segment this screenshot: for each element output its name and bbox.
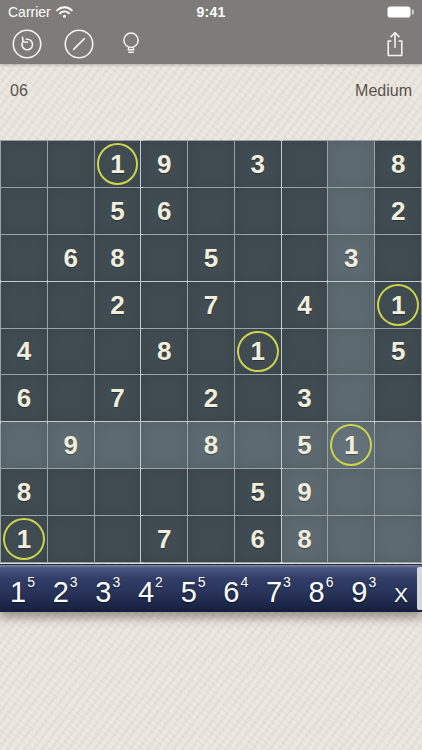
cell-r5c1[interactable]: 4 bbox=[1, 329, 47, 375]
cell-r2c4[interactable]: 6 bbox=[141, 188, 187, 234]
cell-r2c7[interactable] bbox=[282, 188, 328, 234]
cell-value: 5 bbox=[110, 198, 124, 224]
pencil-notes-button[interactable] bbox=[62, 27, 96, 61]
cell-value: 3 bbox=[251, 151, 265, 177]
cell-r8c7[interactable]: 9 bbox=[282, 469, 328, 515]
cell-r9c4[interactable]: 7 bbox=[141, 516, 187, 562]
key-7[interactable]: 73 bbox=[266, 571, 291, 607]
cell-r2c1[interactable] bbox=[1, 188, 47, 234]
cell-value: 8 bbox=[17, 479, 31, 505]
cell-r5c2[interactable] bbox=[48, 329, 94, 375]
cell-r2c3[interactable]: 5 bbox=[95, 188, 141, 234]
info-bar: 06 Medium bbox=[0, 64, 422, 140]
cell-value: 6 bbox=[251, 526, 265, 552]
cell-value: 2 bbox=[110, 292, 124, 318]
cell-r1c1[interactable] bbox=[1, 141, 47, 187]
cell-r8c6[interactable]: 5 bbox=[235, 469, 281, 515]
cell-r4c1[interactable] bbox=[1, 282, 47, 328]
cell-r1c3[interactable]: 1 bbox=[95, 141, 141, 187]
cell-r3c5[interactable]: 5 bbox=[188, 235, 234, 281]
cell-value: 9 bbox=[63, 432, 77, 458]
cell-r8c2[interactable] bbox=[48, 469, 94, 515]
cell-value: 5 bbox=[204, 245, 218, 271]
cell-value: 6 bbox=[17, 385, 31, 411]
key-1[interactable]: 15 bbox=[10, 571, 35, 607]
cell-value: 5 bbox=[391, 338, 405, 364]
share-icon bbox=[379, 28, 411, 60]
cell-r4c3[interactable]: 2 bbox=[95, 282, 141, 328]
cell-r2c5[interactable] bbox=[188, 188, 234, 234]
cell-value: 8 bbox=[110, 245, 124, 271]
cell-r9c8[interactable] bbox=[328, 516, 374, 562]
cell-r9c3[interactable] bbox=[95, 516, 141, 562]
cell-r1c9[interactable]: 8 bbox=[375, 141, 421, 187]
key-remaining-count: 3 bbox=[283, 575, 291, 589]
key-remaining-count: 6 bbox=[326, 575, 334, 589]
cell-r3c9[interactable] bbox=[375, 235, 421, 281]
cell-r6c8[interactable] bbox=[328, 375, 374, 421]
cell-r6c1[interactable]: 6 bbox=[1, 375, 47, 421]
cell-r7c3[interactable] bbox=[95, 422, 141, 468]
cell-r3c1[interactable] bbox=[1, 235, 47, 281]
cell-r8c8[interactable] bbox=[328, 469, 374, 515]
cell-value: 6 bbox=[157, 198, 171, 224]
cell-r7c9[interactable] bbox=[375, 422, 421, 468]
cell-r4c5[interactable]: 7 bbox=[188, 282, 234, 328]
cell-r1c7[interactable] bbox=[282, 141, 328, 187]
key-remaining-count: 4 bbox=[240, 575, 248, 589]
key-digit: 6 bbox=[223, 578, 239, 607]
cell-value: 9 bbox=[297, 479, 311, 505]
cell-r1c4[interactable]: 9 bbox=[141, 141, 187, 187]
pencil-icon bbox=[63, 28, 95, 60]
hint-button[interactable] bbox=[114, 27, 148, 61]
cell-r6c9[interactable] bbox=[375, 375, 421, 421]
cell-r4c9[interactable]: 1 bbox=[375, 282, 421, 328]
cell-r8c1[interactable]: 8 bbox=[1, 469, 47, 515]
cell-value: 4 bbox=[297, 292, 311, 318]
cell-value: 8 bbox=[157, 338, 171, 364]
key-remaining-count: 2 bbox=[155, 575, 163, 589]
cell-value: 2 bbox=[204, 385, 218, 411]
key-digit: 7 bbox=[266, 578, 282, 607]
cell-r7c5[interactable]: 8 bbox=[188, 422, 234, 468]
cell-r6c7[interactable]: 3 bbox=[282, 375, 328, 421]
cell-r6c4[interactable] bbox=[141, 375, 187, 421]
key-remaining-count: 3 bbox=[70, 575, 78, 589]
cell-r5c7[interactable] bbox=[282, 329, 328, 375]
cell-r1c6[interactable]: 3 bbox=[235, 141, 281, 187]
key-delete[interactable]: X bbox=[394, 572, 408, 605]
cell-r9c9[interactable] bbox=[375, 516, 421, 562]
key-remaining-count: 3 bbox=[368, 575, 376, 589]
cell-r5c6[interactable]: 1 bbox=[235, 329, 281, 375]
cell-r5c5[interactable] bbox=[188, 329, 234, 375]
key-digit: 2 bbox=[53, 578, 69, 607]
key-digit: 9 bbox=[351, 578, 367, 607]
cell-r8c4[interactable] bbox=[141, 469, 187, 515]
status-time: 9:41 bbox=[158, 4, 264, 20]
cell-r3c2[interactable]: 6 bbox=[48, 235, 94, 281]
cell-value: 6 bbox=[63, 245, 77, 271]
cell-r2c6[interactable] bbox=[235, 188, 281, 234]
key-9[interactable]: 93 bbox=[351, 571, 376, 607]
cell-r7c8[interactable]: 1 bbox=[328, 422, 374, 468]
keypad-end-cap bbox=[417, 567, 422, 610]
cell-value: 1 bbox=[17, 526, 31, 552]
cell-r5c3[interactable] bbox=[95, 329, 141, 375]
cell-r6c3[interactable]: 7 bbox=[95, 375, 141, 421]
cell-r9c1[interactable]: 1 bbox=[1, 516, 47, 562]
key-digit: 3 bbox=[95, 578, 111, 607]
key-digit: 8 bbox=[309, 578, 325, 607]
cell-value: 7 bbox=[110, 385, 124, 411]
cell-value: 5 bbox=[297, 432, 311, 458]
cell-r3c6[interactable] bbox=[235, 235, 281, 281]
cell-r8c9[interactable] bbox=[375, 469, 421, 515]
top-chrome: Carrier 9:41 bbox=[0, 0, 422, 64]
cell-r4c6[interactable] bbox=[235, 282, 281, 328]
cell-r7c6[interactable] bbox=[235, 422, 281, 468]
cell-r7c1[interactable] bbox=[1, 422, 47, 468]
cell-r7c2[interactable]: 9 bbox=[48, 422, 94, 468]
cell-r7c7[interactable]: 5 bbox=[282, 422, 328, 468]
status-bar: Carrier 9:41 bbox=[0, 0, 422, 24]
cell-r9c6[interactable]: 6 bbox=[235, 516, 281, 562]
cell-value: 8 bbox=[297, 526, 311, 552]
key-digit: 1 bbox=[10, 578, 26, 607]
hint-bulb-icon bbox=[115, 28, 147, 60]
key-remaining-count: 5 bbox=[198, 575, 206, 589]
cell-value: 2 bbox=[391, 198, 405, 224]
cell-value: 1 bbox=[391, 292, 405, 318]
key-8[interactable]: 86 bbox=[309, 571, 334, 607]
cell-value: 5 bbox=[251, 479, 265, 505]
cell-r8c5[interactable] bbox=[188, 469, 234, 515]
cell-r9c2[interactable] bbox=[48, 516, 94, 562]
cell-r4c8[interactable] bbox=[328, 282, 374, 328]
cell-r3c8[interactable]: 3 bbox=[328, 235, 374, 281]
key-digit: 4 bbox=[138, 578, 154, 607]
cell-r6c6[interactable] bbox=[235, 375, 281, 421]
undo-icon bbox=[11, 28, 43, 60]
cell-value: 3 bbox=[297, 385, 311, 411]
cell-r4c7[interactable]: 4 bbox=[282, 282, 328, 328]
cell-r1c8[interactable] bbox=[328, 141, 374, 187]
key-remaining-count: 3 bbox=[112, 575, 120, 589]
key-5[interactable]: 55 bbox=[181, 571, 206, 607]
sudoku-board: 1938562685327414815672398518591768 bbox=[0, 140, 422, 563]
undo-button[interactable] bbox=[10, 27, 44, 61]
cell-value: 9 bbox=[157, 151, 171, 177]
cell-r2c2[interactable] bbox=[48, 188, 94, 234]
cell-r6c5[interactable]: 2 bbox=[188, 375, 234, 421]
cell-value: 4 bbox=[17, 338, 31, 364]
key-remaining-count: 5 bbox=[27, 575, 35, 589]
cell-value: 1 bbox=[344, 432, 358, 458]
cell-value: 1 bbox=[110, 151, 124, 177]
cell-r2c9[interactable]: 2 bbox=[375, 188, 421, 234]
cell-r4c4[interactable] bbox=[141, 282, 187, 328]
battery-icon bbox=[387, 6, 414, 18]
cell-r5c4[interactable]: 8 bbox=[141, 329, 187, 375]
cell-value: 8 bbox=[204, 432, 218, 458]
puzzle-number: 06 bbox=[10, 82, 28, 140]
cell-r7c4[interactable] bbox=[141, 422, 187, 468]
carrier-label: Carrier bbox=[8, 4, 51, 20]
cell-value: 1 bbox=[251, 338, 265, 364]
cell-r3c4[interactable] bbox=[141, 235, 187, 281]
key-2[interactable]: 23 bbox=[53, 571, 78, 607]
key-digit: 5 bbox=[181, 578, 197, 607]
wifi-icon bbox=[56, 6, 73, 18]
cell-value: 8 bbox=[391, 151, 405, 177]
keypad: 152333425564738693X bbox=[0, 564, 422, 612]
key-6[interactable]: 64 bbox=[223, 571, 248, 607]
cell-r2c8[interactable] bbox=[328, 188, 374, 234]
difficulty-label: Medium bbox=[355, 82, 412, 140]
cell-r1c2[interactable] bbox=[48, 141, 94, 187]
key-3[interactable]: 33 bbox=[95, 571, 120, 607]
cell-r8c3[interactable] bbox=[95, 469, 141, 515]
cell-r5c9[interactable]: 5 bbox=[375, 329, 421, 375]
cell-r5c8[interactable] bbox=[328, 329, 374, 375]
cell-value: 7 bbox=[157, 526, 171, 552]
cell-r3c3[interactable]: 8 bbox=[95, 235, 141, 281]
cell-value: 7 bbox=[204, 292, 218, 318]
cell-r9c7[interactable]: 8 bbox=[282, 516, 328, 562]
cell-r1c5[interactable] bbox=[188, 141, 234, 187]
toolbar bbox=[0, 24, 422, 64]
key-4[interactable]: 42 bbox=[138, 571, 163, 607]
cell-r6c2[interactable] bbox=[48, 375, 94, 421]
cell-value: 3 bbox=[344, 245, 358, 271]
share-button[interactable] bbox=[378, 27, 412, 61]
cell-r3c7[interactable] bbox=[282, 235, 328, 281]
cell-r9c5[interactable] bbox=[188, 516, 234, 562]
cell-r4c2[interactable] bbox=[48, 282, 94, 328]
